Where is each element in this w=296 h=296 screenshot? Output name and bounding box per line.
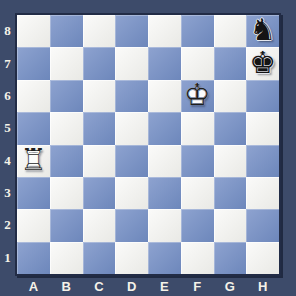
square-h4[interactable] [246, 145, 279, 177]
square-g7[interactable] [214, 47, 247, 79]
square-c8[interactable] [83, 15, 116, 47]
square-h5[interactable] [246, 112, 279, 144]
square-a1[interactable] [17, 242, 50, 274]
piece-black-king-h7[interactable]: ♚ [246, 47, 279, 79]
square-d5[interactable] [115, 112, 148, 144]
square-b4[interactable] [50, 145, 83, 177]
square-a8[interactable] [17, 15, 50, 47]
rank-label-7: 7 [0, 47, 15, 79]
square-f3[interactable] [181, 177, 214, 209]
square-f1[interactable] [181, 242, 214, 274]
rank-label-1: 1 [0, 242, 15, 274]
square-h6[interactable] [246, 80, 279, 112]
square-h1[interactable] [246, 242, 279, 274]
square-c4[interactable] [83, 145, 116, 177]
square-c2[interactable] [83, 209, 116, 241]
piece-white-rook-a4[interactable]: ♜♖ [17, 145, 50, 177]
square-e1[interactable] [148, 242, 181, 274]
square-d3[interactable] [115, 177, 148, 209]
rank-label-4: 4 [0, 145, 15, 177]
square-h3[interactable] [246, 177, 279, 209]
square-d8[interactable] [115, 15, 148, 47]
square-b6[interactable] [50, 80, 83, 112]
square-f5[interactable] [181, 112, 214, 144]
square-d6[interactable] [115, 80, 148, 112]
rank-label-3: 3 [0, 177, 15, 209]
square-c7[interactable] [83, 47, 116, 79]
square-e2[interactable] [148, 209, 181, 241]
square-h7[interactable]: ♚ [246, 47, 279, 79]
square-a7[interactable] [17, 47, 50, 79]
rank-label-8: 8 [0, 15, 15, 47]
file-label-h: H [246, 277, 279, 295]
piece-black-knight-h8[interactable]: ♞ [246, 15, 279, 47]
square-b3[interactable] [50, 177, 83, 209]
square-e8[interactable] [148, 15, 181, 47]
square-b5[interactable] [50, 112, 83, 144]
square-e3[interactable] [148, 177, 181, 209]
white-rook-outline: ♖ [17, 144, 50, 174]
file-label-d: D [115, 277, 148, 295]
square-b7[interactable] [50, 47, 83, 79]
square-e7[interactable] [148, 47, 181, 79]
square-h2[interactable] [246, 209, 279, 241]
square-c5[interactable] [83, 112, 116, 144]
square-e6[interactable] [148, 80, 181, 112]
square-f4[interactable] [181, 145, 214, 177]
square-d4[interactable] [115, 145, 148, 177]
square-f7[interactable] [181, 47, 214, 79]
piece-white-king-f6[interactable]: ♚♔ [181, 80, 214, 112]
file-label-b: B [50, 277, 83, 295]
square-g6[interactable] [214, 80, 247, 112]
black-knight-glyph: ♞ [246, 15, 279, 45]
square-a2[interactable] [17, 209, 50, 241]
square-d7[interactable] [115, 47, 148, 79]
square-g5[interactable] [214, 112, 247, 144]
file-label-a: A [17, 277, 50, 295]
square-a4[interactable]: ♜♖ [17, 145, 50, 177]
square-a3[interactable] [17, 177, 50, 209]
board: ♞♚♚♔♜♖ [15, 13, 281, 276]
square-h8[interactable]: ♞ [246, 15, 279, 47]
square-d2[interactable] [115, 209, 148, 241]
file-label-f: F [181, 277, 214, 295]
rank-label-6: 6 [0, 80, 15, 112]
square-g4[interactable] [214, 145, 247, 177]
square-g8[interactable] [214, 15, 247, 47]
square-c3[interactable] [83, 177, 116, 209]
square-c1[interactable] [83, 242, 116, 274]
square-f6[interactable]: ♚♔ [181, 80, 214, 112]
square-b2[interactable] [50, 209, 83, 241]
square-c6[interactable] [83, 80, 116, 112]
file-label-e: E [148, 277, 181, 295]
black-king-glyph: ♚ [246, 47, 279, 77]
square-e5[interactable] [148, 112, 181, 144]
file-label-c: C [83, 277, 116, 295]
square-d1[interactable] [115, 242, 148, 274]
rank-label-5: 5 [0, 112, 15, 144]
square-a6[interactable] [17, 80, 50, 112]
square-g1[interactable] [214, 242, 247, 274]
chess-diagram: ♞♚♚♔♜♖ 87654321 ABCDEFGH [0, 0, 296, 296]
file-label-g: G [214, 277, 247, 295]
white-king-outline: ♔ [181, 80, 214, 110]
square-b1[interactable] [50, 242, 83, 274]
square-g3[interactable] [214, 177, 247, 209]
square-a5[interactable] [17, 112, 50, 144]
square-g2[interactable] [214, 209, 247, 241]
square-f2[interactable] [181, 209, 214, 241]
square-f8[interactable] [181, 15, 214, 47]
square-b8[interactable] [50, 15, 83, 47]
rank-label-2: 2 [0, 209, 15, 241]
square-e4[interactable] [148, 145, 181, 177]
